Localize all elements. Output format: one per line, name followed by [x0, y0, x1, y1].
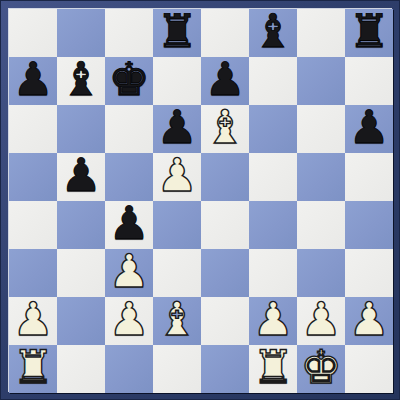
white-pawn-d5[interactable]: ♟ [156, 153, 197, 199]
white-pawn-a2[interactable]: ♟ [12, 297, 53, 343]
square-h8[interactable]: ♜ [345, 9, 393, 57]
square-d5[interactable]: ♟ [153, 153, 201, 201]
square-f3[interactable] [249, 249, 297, 297]
chess-board: ♜♝♜♟♝♚♟♟♝♟♟♟♟♟♟♟♝♟♟♟♜♜♚ [9, 9, 393, 393]
square-f7[interactable] [249, 57, 297, 105]
square-a4[interactable] [9, 201, 57, 249]
square-d6[interactable]: ♟ [153, 105, 201, 153]
black-rook-d8[interactable]: ♜ [156, 9, 197, 55]
square-a5[interactable] [9, 153, 57, 201]
square-g6[interactable] [297, 105, 345, 153]
square-a2[interactable]: ♟ [9, 297, 57, 345]
black-pawn-a7[interactable]: ♟ [12, 57, 53, 103]
square-a3[interactable] [9, 249, 57, 297]
square-c4[interactable]: ♟ [105, 201, 153, 249]
square-e4[interactable] [201, 201, 249, 249]
square-f8[interactable]: ♝ [249, 9, 297, 57]
black-bishop-f8[interactable]: ♝ [252, 9, 293, 55]
white-rook-a1[interactable]: ♜ [12, 345, 53, 391]
square-d8[interactable]: ♜ [153, 9, 201, 57]
square-g7[interactable] [297, 57, 345, 105]
black-pawn-d6[interactable]: ♟ [156, 105, 197, 151]
white-pawn-f2[interactable]: ♟ [252, 297, 293, 343]
square-g2[interactable]: ♟ [297, 297, 345, 345]
square-h1[interactable] [345, 345, 393, 393]
black-bishop-b7[interactable]: ♝ [60, 57, 101, 103]
white-pawn-g2[interactable]: ♟ [300, 297, 341, 343]
square-b1[interactable] [57, 345, 105, 393]
square-h3[interactable] [345, 249, 393, 297]
white-pawn-h2[interactable]: ♟ [348, 297, 389, 343]
square-e6[interactable]: ♝ [201, 105, 249, 153]
square-a6[interactable] [9, 105, 57, 153]
white-pawn-c3[interactable]: ♟ [108, 249, 149, 295]
square-a1[interactable]: ♜ [9, 345, 57, 393]
black-pawn-c4[interactable]: ♟ [108, 201, 149, 247]
black-king-c7[interactable]: ♚ [108, 57, 149, 103]
board-frame: ♜♝♜♟♝♚♟♟♝♟♟♟♟♟♟♟♝♟♟♟♜♜♚ [0, 0, 400, 400]
square-b7[interactable]: ♝ [57, 57, 105, 105]
square-f5[interactable] [249, 153, 297, 201]
square-c3[interactable]: ♟ [105, 249, 153, 297]
square-d4[interactable] [153, 201, 201, 249]
square-a7[interactable]: ♟ [9, 57, 57, 105]
square-d7[interactable] [153, 57, 201, 105]
square-b5[interactable]: ♟ [57, 153, 105, 201]
square-c5[interactable] [105, 153, 153, 201]
square-b4[interactable] [57, 201, 105, 249]
square-b3[interactable] [57, 249, 105, 297]
square-h5[interactable] [345, 153, 393, 201]
square-h7[interactable] [345, 57, 393, 105]
square-f2[interactable]: ♟ [249, 297, 297, 345]
square-g8[interactable] [297, 9, 345, 57]
square-d1[interactable] [153, 345, 201, 393]
black-pawn-e7[interactable]: ♟ [204, 57, 245, 103]
black-rook-h8[interactable]: ♜ [348, 9, 389, 55]
white-bishop-e6[interactable]: ♝ [204, 105, 245, 151]
square-c7[interactable]: ♚ [105, 57, 153, 105]
square-b2[interactable] [57, 297, 105, 345]
square-e3[interactable] [201, 249, 249, 297]
square-g1[interactable]: ♚ [297, 345, 345, 393]
square-b6[interactable] [57, 105, 105, 153]
white-king-g1[interactable]: ♚ [300, 345, 341, 391]
square-c1[interactable] [105, 345, 153, 393]
square-e8[interactable] [201, 9, 249, 57]
square-e5[interactable] [201, 153, 249, 201]
square-h4[interactable] [345, 201, 393, 249]
square-d2[interactable]: ♝ [153, 297, 201, 345]
square-h6[interactable]: ♟ [345, 105, 393, 153]
black-pawn-b5[interactable]: ♟ [60, 153, 101, 199]
square-e1[interactable] [201, 345, 249, 393]
square-b8[interactable] [57, 9, 105, 57]
square-e2[interactable] [201, 297, 249, 345]
square-c8[interactable] [105, 9, 153, 57]
square-h2[interactable]: ♟ [345, 297, 393, 345]
square-e7[interactable]: ♟ [201, 57, 249, 105]
square-a8[interactable] [9, 9, 57, 57]
white-bishop-d2[interactable]: ♝ [156, 297, 197, 343]
white-rook-f1[interactable]: ♜ [252, 345, 293, 391]
square-f4[interactable] [249, 201, 297, 249]
square-g3[interactable] [297, 249, 345, 297]
square-d3[interactable] [153, 249, 201, 297]
square-c2[interactable]: ♟ [105, 297, 153, 345]
square-g4[interactable] [297, 201, 345, 249]
black-pawn-h6[interactable]: ♟ [348, 105, 389, 151]
square-f6[interactable] [249, 105, 297, 153]
square-g5[interactable] [297, 153, 345, 201]
white-pawn-c2[interactable]: ♟ [108, 297, 149, 343]
square-c6[interactable] [105, 105, 153, 153]
square-f1[interactable]: ♜ [249, 345, 297, 393]
